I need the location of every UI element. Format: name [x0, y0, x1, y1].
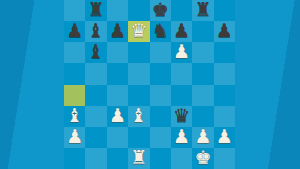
square-c7[interactable]: ♟: [107, 21, 128, 42]
piece-black-pawn[interactable]: ♟: [173, 21, 190, 40]
square-h4[interactable]: [214, 85, 235, 106]
square-f4[interactable]: [171, 85, 192, 106]
square-d3[interactable]: ♝: [128, 106, 149, 127]
piece-white-pawn[interactable]: ♟: [216, 127, 233, 146]
square-d7[interactable]: ♛: [128, 21, 149, 42]
square-b8[interactable]: ♜: [85, 0, 106, 21]
square-f5[interactable]: [171, 63, 192, 84]
square-b2[interactable]: [85, 127, 106, 148]
square-d2[interactable]: [128, 127, 149, 148]
square-g2[interactable]: ♟: [192, 127, 213, 148]
square-g4[interactable]: [192, 85, 213, 106]
square-c5[interactable]: [107, 63, 128, 84]
square-h1[interactable]: [214, 148, 235, 169]
square-g6[interactable]: [192, 42, 213, 63]
chess-board: ♜♚♜♟♝♟♛♞♟♟♝♟♝♟♝♛♟♟♟♟♜♚: [64, 0, 235, 169]
square-a4[interactable]: [64, 85, 85, 106]
square-g7[interactable]: [192, 21, 213, 42]
square-a1[interactable]: [64, 148, 85, 169]
square-a3[interactable]: ♝: [64, 106, 85, 127]
square-c8[interactable]: [107, 0, 128, 21]
piece-white-bishop[interactable]: ♝: [130, 106, 147, 125]
square-f8[interactable]: [171, 0, 192, 21]
square-c3[interactable]: ♟: [107, 106, 128, 127]
square-f3[interactable]: ♛: [171, 106, 192, 127]
square-f1[interactable]: [171, 148, 192, 169]
square-e4[interactable]: [150, 85, 171, 106]
square-c2[interactable]: [107, 127, 128, 148]
piece-white-pawn[interactable]: ♟: [194, 127, 211, 146]
piece-white-pawn[interactable]: ♟: [109, 106, 126, 125]
square-d4[interactable]: [128, 85, 149, 106]
piece-white-bishop[interactable]: ♝: [66, 106, 83, 125]
square-h5[interactable]: [214, 63, 235, 84]
square-e7[interactable]: ♞: [150, 21, 171, 42]
piece-white-rook[interactable]: ♜: [130, 148, 147, 167]
square-g3[interactable]: [192, 106, 213, 127]
square-b5[interactable]: [85, 63, 106, 84]
square-c6[interactable]: [107, 42, 128, 63]
square-b1[interactable]: [85, 148, 106, 169]
square-a8[interactable]: [64, 0, 85, 21]
piece-black-pawn[interactable]: ♟: [109, 21, 126, 40]
square-f6[interactable]: ♟: [171, 42, 192, 63]
square-g5[interactable]: [192, 63, 213, 84]
square-b6[interactable]: ♝: [85, 42, 106, 63]
square-a5[interactable]: [64, 63, 85, 84]
piece-black-rook[interactable]: ♜: [194, 0, 211, 19]
square-f7[interactable]: ♟: [171, 21, 192, 42]
piece-white-pawn[interactable]: ♟: [173, 42, 190, 61]
square-a2[interactable]: ♟: [64, 127, 85, 148]
piece-white-queen[interactable]: ♛: [130, 21, 147, 40]
square-h8[interactable]: [214, 0, 235, 21]
square-h7[interactable]: ♟: [214, 21, 235, 42]
square-h6[interactable]: [214, 42, 235, 63]
square-h2[interactable]: ♟: [214, 127, 235, 148]
piece-black-pawn[interactable]: ♟: [66, 21, 83, 40]
square-c1[interactable]: [107, 148, 128, 169]
square-e8[interactable]: ♚: [150, 0, 171, 21]
square-a7[interactable]: ♟: [64, 21, 85, 42]
square-d1[interactable]: ♜: [128, 148, 149, 169]
square-a6[interactable]: [64, 42, 85, 63]
square-e6[interactable]: [150, 42, 171, 63]
piece-black-queen[interactable]: ♛: [173, 106, 190, 125]
square-b3[interactable]: [85, 106, 106, 127]
square-g1[interactable]: ♚: [192, 148, 213, 169]
piece-white-pawn[interactable]: ♟: [66, 127, 83, 146]
square-h3[interactable]: [214, 106, 235, 127]
square-e3[interactable]: [150, 106, 171, 127]
square-f2[interactable]: ♟: [171, 127, 192, 148]
square-d8[interactable]: [128, 0, 149, 21]
piece-black-king[interactable]: ♚: [152, 0, 169, 19]
piece-black-pawn[interactable]: ♟: [216, 21, 233, 40]
piece-black-bishop[interactable]: ♝: [88, 21, 105, 40]
square-d6[interactable]: [128, 42, 149, 63]
square-e1[interactable]: [150, 148, 171, 169]
piece-white-pawn[interactable]: ♟: [173, 127, 190, 146]
piece-black-bishop[interactable]: ♝: [88, 42, 105, 61]
app-background: ♜♚♜♟♝♟♛♞♟♟♝♟♝♟♝♛♟♟♟♟♜♚: [0, 0, 300, 169]
square-c4[interactable]: [107, 85, 128, 106]
square-b7[interactable]: ♝: [85, 21, 106, 42]
square-b4[interactable]: [85, 85, 106, 106]
piece-black-rook[interactable]: ♜: [88, 0, 105, 19]
square-e2[interactable]: [150, 127, 171, 148]
piece-black-knight[interactable]: ♞: [152, 21, 169, 40]
square-e5[interactable]: [150, 63, 171, 84]
square-g8[interactable]: ♜: [192, 0, 213, 21]
square-d5[interactable]: [128, 63, 149, 84]
piece-white-king[interactable]: ♚: [194, 148, 211, 167]
